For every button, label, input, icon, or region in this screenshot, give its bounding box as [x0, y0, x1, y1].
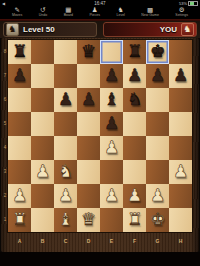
square-a5[interactable] — [8, 112, 31, 136]
square-h8[interactable] — [169, 40, 192, 64]
piece-black-king: ♚ — [146, 40, 169, 64]
toolbar-button-board[interactable]: ▦Board — [64, 7, 73, 18]
piece-white-bishop: ♝ — [54, 208, 77, 232]
square-g4[interactable] — [146, 136, 169, 160]
you-plaque-active[interactable]: YOU ♞ — [103, 22, 197, 37]
square-g5[interactable] — [146, 112, 169, 136]
toolbar-button-label: Pieces — [89, 14, 100, 18]
battery-percent: 53% — [179, 1, 187, 6]
toolbar-button-label: Settings — [175, 14, 188, 18]
square-b5[interactable] — [31, 112, 54, 136]
you-name: YOU — [160, 25, 177, 34]
toolbar-button-new-game[interactable]: ▩New Game — [141, 7, 159, 18]
square-e6[interactable]: ♝ — [100, 88, 123, 112]
toolbar-button-moves[interactable]: ✎Moves — [12, 7, 22, 18]
file-label-e: E — [100, 238, 123, 244]
square-d3[interactable] — [77, 160, 100, 184]
piece-white-pawn: ♟ — [31, 160, 54, 184]
rank-label-8: 8 — [3, 49, 8, 54]
square-g3[interactable] — [146, 160, 169, 184]
rank-label-2: 2 — [3, 193, 8, 198]
square-f8[interactable]: ♜ — [123, 40, 146, 64]
piece-white-king: ♚ — [146, 208, 169, 232]
piece-white-rook: ♜ — [8, 208, 31, 232]
chess-app-screen: ◀ 16:47 53% ✎Moves↺Undo▦Board♟Pieces♞Lev… — [0, 0, 200, 266]
square-c2[interactable]: ♟ — [54, 184, 77, 208]
square-b2[interactable] — [31, 184, 54, 208]
square-d1[interactable]: ♛ — [77, 208, 100, 232]
square-c8[interactable] — [54, 40, 77, 64]
piece-black-pawn: ♟ — [146, 64, 169, 88]
square-b1[interactable] — [31, 208, 54, 232]
square-b8[interactable] — [31, 40, 54, 64]
clock-time: 16:47 — [0, 1, 200, 6]
square-a3[interactable] — [8, 160, 31, 184]
rank-label-4: 4 — [3, 145, 8, 150]
toolbar-button-label: Undo — [39, 14, 47, 18]
piece-black-pawn: ♟ — [77, 88, 100, 112]
toolbar-button-label: New Game — [141, 14, 159, 18]
square-b3[interactable]: ♟ — [31, 160, 54, 184]
square-c5[interactable] — [54, 112, 77, 136]
square-b6[interactable] — [31, 88, 54, 112]
square-d6[interactable]: ♟ — [77, 88, 100, 112]
square-e7[interactable]: ♟ — [100, 64, 123, 88]
square-h3[interactable]: ♟ — [169, 160, 192, 184]
rank-label-3: 3 — [3, 169, 8, 174]
toolbar-button-undo[interactable]: ↺Undo — [39, 7, 47, 18]
square-d8[interactable]: ♛ — [77, 40, 100, 64]
square-f6[interactable]: ♞ — [123, 88, 146, 112]
square-d7[interactable] — [77, 64, 100, 88]
square-g1[interactable]: ♚ — [146, 208, 169, 232]
square-a4[interactable] — [8, 136, 31, 160]
file-label-b: B — [31, 238, 54, 244]
rank-label-6: 6 — [3, 97, 8, 102]
square-a7[interactable]: ♟ — [8, 64, 31, 88]
square-g2[interactable]: ♟ — [146, 184, 169, 208]
piece-white-queen: ♛ — [77, 208, 100, 232]
square-e4[interactable]: ♟ — [100, 136, 123, 160]
file-label-d: D — [77, 238, 100, 244]
square-d2[interactable] — [77, 184, 100, 208]
square-c6[interactable]: ♟ — [54, 88, 77, 112]
toolbar-button-label: Level — [116, 14, 124, 18]
piece-white-knight: ♞ — [54, 160, 77, 184]
rank-label-5: 5 — [3, 121, 8, 126]
square-d5[interactable] — [77, 112, 100, 136]
square-f7[interactable]: ♟ — [123, 64, 146, 88]
toolbar: ✎Moves↺Undo▦Board♟Pieces♞Level▩New Game⚙… — [0, 6, 200, 19]
file-label-c: C — [54, 238, 77, 244]
piece-white-pawn: ♟ — [146, 184, 169, 208]
file-label-f: F — [123, 238, 146, 244]
toolbar-button-pieces[interactable]: ♟Pieces — [89, 7, 100, 18]
you-knight-icon: ♞ — [181, 23, 194, 36]
player-plaques-row: ♞ Level 50 YOU ♞ — [0, 21, 200, 38]
square-f5[interactable] — [123, 112, 146, 136]
square-e2[interactable]: ♟ — [100, 184, 123, 208]
piece-black-rook: ♜ — [123, 40, 146, 64]
square-a2[interactable]: ♟ — [8, 184, 31, 208]
square-h2[interactable] — [169, 184, 192, 208]
piece-black-rook: ♜ — [8, 40, 31, 64]
square-f1[interactable]: ♜ — [123, 208, 146, 232]
square-g8[interactable]: ♚ — [146, 40, 169, 64]
square-f3[interactable] — [123, 160, 146, 184]
square-c4[interactable] — [54, 136, 77, 160]
toolbar-button-label: Moves — [12, 14, 22, 18]
toolbar-button-settings[interactable]: ⚙Settings — [175, 7, 188, 18]
square-c3[interactable]: ♞ — [54, 160, 77, 184]
piece-white-pawn: ♟ — [123, 184, 146, 208]
square-f4[interactable] — [123, 136, 146, 160]
bottom-bezel — [0, 252, 200, 266]
opponent-plaque[interactable]: ♞ Level 50 — [3, 22, 97, 37]
piece-white-pawn: ♟ — [8, 184, 31, 208]
square-b4[interactable] — [31, 136, 54, 160]
file-label-h: H — [169, 238, 192, 244]
piece-black-pawn: ♟ — [169, 64, 192, 88]
square-g7[interactable]: ♟ — [146, 64, 169, 88]
opponent-knight-icon: ♞ — [6, 23, 19, 36]
square-e8[interactable] — [100, 40, 123, 64]
square-f2[interactable]: ♟ — [123, 184, 146, 208]
square-h6[interactable] — [169, 88, 192, 112]
square-c7[interactable] — [54, 64, 77, 88]
piece-white-pawn: ♟ — [100, 184, 123, 208]
square-e1[interactable] — [100, 208, 123, 232]
square-a1[interactable]: ♜ — [8, 208, 31, 232]
piece-black-knight: ♞ — [123, 88, 146, 112]
piece-white-pawn: ♟ — [54, 184, 77, 208]
square-h1[interactable] — [169, 208, 192, 232]
square-a6[interactable] — [8, 88, 31, 112]
chess-board: ♜♛♜♚♟♟♟♟♟♟♟♝♞♟♟♟♞♟♟♟♟♟♟♜♝♛♜♚ — [8, 40, 192, 232]
piece-black-queen: ♛ — [77, 40, 100, 64]
square-c1[interactable]: ♝ — [54, 208, 77, 232]
square-h4[interactable] — [169, 136, 192, 160]
opponent-name: Level 50 — [23, 25, 55, 34]
piece-white-rook: ♜ — [123, 208, 146, 232]
square-h7[interactable]: ♟ — [169, 64, 192, 88]
square-e3[interactable] — [100, 160, 123, 184]
piece-black-pawn: ♟ — [100, 112, 123, 136]
toolbar-button-label: Board — [64, 14, 73, 18]
rank-label-7: 7 — [3, 73, 8, 78]
piece-black-pawn: ♟ — [54, 88, 77, 112]
square-b7[interactable] — [31, 64, 54, 88]
square-d4[interactable] — [77, 136, 100, 160]
square-a8[interactable]: ♜ — [8, 40, 31, 64]
toolbar-button-level[interactable]: ♞Level — [116, 7, 124, 18]
rank-label-1: 1 — [3, 217, 8, 222]
piece-white-pawn: ♟ — [169, 160, 192, 184]
piece-black-pawn: ♟ — [123, 64, 146, 88]
square-e5[interactable]: ♟ — [100, 112, 123, 136]
piece-black-pawn: ♟ — [100, 64, 123, 88]
square-g6[interactable] — [146, 88, 169, 112]
file-label-g: G — [146, 238, 169, 244]
file-label-a: A — [8, 238, 31, 244]
square-h5[interactable] — [169, 112, 192, 136]
piece-white-pawn: ♟ — [100, 136, 123, 160]
piece-black-pawn: ♟ — [8, 64, 31, 88]
piece-black-bishop: ♝ — [100, 88, 123, 112]
